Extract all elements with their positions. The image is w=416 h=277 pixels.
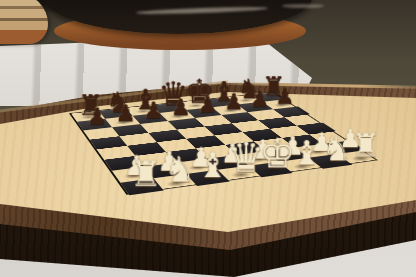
black-pawn-f7[interactable]: ♟ bbox=[220, 91, 248, 113]
white-knight-g1[interactable]: ♞ bbox=[320, 133, 353, 166]
stacked-game-boards bbox=[0, 0, 48, 44]
white-rook-a1[interactable]: ♜ bbox=[128, 157, 164, 193]
black-pawn-h7[interactable]: ♟ bbox=[271, 86, 298, 108]
black-pawn-e7[interactable]: ♟ bbox=[194, 93, 222, 116]
rim-highlight-2 bbox=[282, 4, 324, 8]
black-pawn-b7[interactable]: ♟ bbox=[111, 102, 140, 125]
black-pawn-d7[interactable]: ♟ bbox=[167, 96, 195, 119]
scene: ♜♞♝♛♚♝♞♜♟♟♟♟♟♟♟♟♟♟♟♟♟♟♟♟♜♞♝♛♚♝♞♜ bbox=[0, 0, 416, 277]
white-king-e1[interactable]: ♚ bbox=[259, 134, 293, 175]
black-pawn-a7[interactable]: ♟ bbox=[83, 105, 112, 128]
white-knight-b1[interactable]: ♞ bbox=[162, 152, 197, 187]
black-pawn-g7[interactable]: ♟ bbox=[246, 88, 274, 110]
white-queen-d1[interactable]: ♛ bbox=[228, 137, 262, 178]
white-bishop-c1[interactable]: ♝ bbox=[195, 148, 230, 183]
black-pawn-c7[interactable]: ♟ bbox=[139, 99, 168, 122]
square-a1[interactable]: ♜ bbox=[120, 178, 163, 195]
white-rook-h1[interactable]: ♜ bbox=[350, 129, 383, 162]
rim-highlight bbox=[136, 6, 268, 16]
